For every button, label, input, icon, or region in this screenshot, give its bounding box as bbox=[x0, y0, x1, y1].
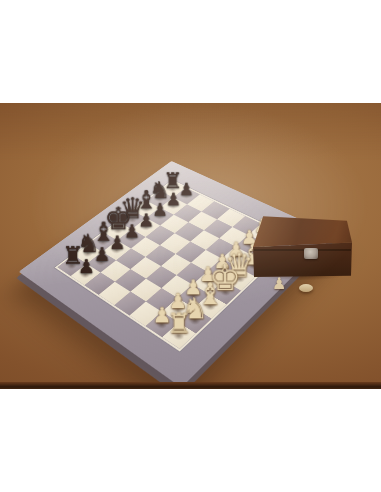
white-margin-top bbox=[0, 0, 381, 103]
wooden-box bbox=[251, 213, 352, 277]
black-pawn[interactable]: ♟ bbox=[138, 211, 154, 229]
black-pawn[interactable]: ♟ bbox=[93, 245, 110, 264]
black-pawn[interactable]: ♟ bbox=[109, 233, 126, 252]
photo-page: ♜♟♟♜♞♟♟♞♝♟♟♝♛♟♟♛♚♟♟♚♝♟♟♝♞♟♟♞♜♟♟♜ ♟ bbox=[0, 0, 381, 492]
square-h1[interactable]: ♜ bbox=[162, 322, 196, 349]
spare-piece-lying bbox=[299, 284, 313, 292]
spare-piece-standing: ♟ bbox=[272, 276, 286, 292]
photo-of-chess-set: ♜♟♟♜♞♟♟♞♝♟♟♝♛♟♟♛♚♟♟♚♝♟♟♝♞♟♟♞♜♟♟♜ ♟ bbox=[0, 103, 381, 389]
black-pawn[interactable]: ♟ bbox=[77, 257, 94, 276]
black-pawn[interactable]: ♟ bbox=[152, 201, 168, 219]
white-rook[interactable]: ♜ bbox=[167, 311, 191, 338]
table-front-edge bbox=[0, 382, 381, 389]
black-pawn[interactable]: ♟ bbox=[124, 222, 140, 240]
box-clasp-icon bbox=[304, 248, 318, 259]
white-margin-bottom bbox=[0, 389, 381, 492]
